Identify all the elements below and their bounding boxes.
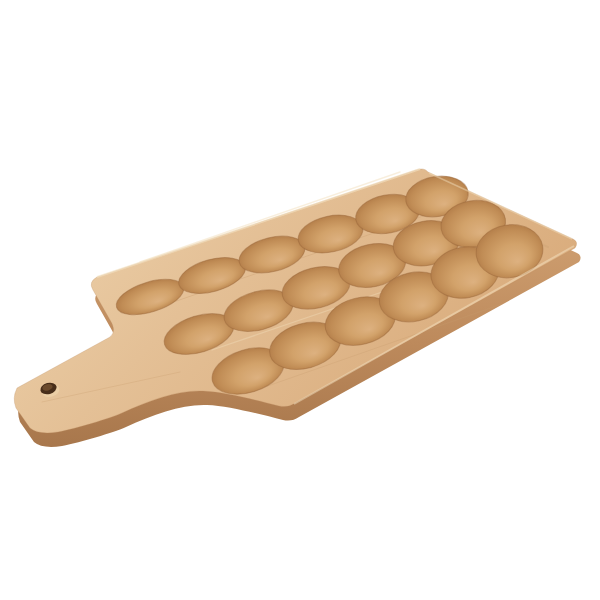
product-photo: mancala-style wooden board / egg tray wi… <box>0 0 600 600</box>
